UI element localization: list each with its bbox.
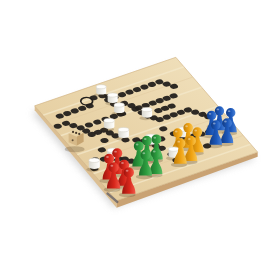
pawn-highlight <box>228 110 231 112</box>
pawn-head <box>124 167 134 177</box>
barricade-top <box>104 118 114 122</box>
barricade-top <box>168 147 179 151</box>
scene-svg <box>0 0 280 280</box>
pawn-head <box>104 154 114 164</box>
pawn-head <box>152 134 162 144</box>
pawn-highlight <box>136 143 139 145</box>
pawn-highlight <box>110 165 113 167</box>
pawn-head <box>222 118 232 128</box>
die-pip-side <box>72 139 74 141</box>
pawn-highlight <box>114 151 117 153</box>
pawn-highlight <box>224 121 227 123</box>
pawn-head <box>207 111 216 120</box>
pawn-head <box>134 141 144 151</box>
die-pip-top <box>75 132 77 134</box>
pawn-highlight <box>177 141 180 143</box>
pawn-highlight <box>194 130 197 132</box>
pawn-head <box>108 162 118 172</box>
pawn-highlight <box>142 152 145 154</box>
pawn-highlight <box>126 170 129 172</box>
pawn-head <box>186 136 196 146</box>
barricade-top <box>118 128 129 132</box>
pawn-head <box>175 138 185 148</box>
pawn-highlight <box>153 137 156 139</box>
pawn-highlight <box>188 138 191 140</box>
pawn-highlight <box>121 162 124 164</box>
pawn-highlight <box>185 125 188 127</box>
pawn-highlight <box>175 131 178 133</box>
pawn-highlight <box>144 138 147 140</box>
pawn-highlight <box>217 108 220 110</box>
board-game-photo <box>0 0 280 280</box>
barricade-top <box>89 158 100 163</box>
barricade-top <box>114 103 124 107</box>
pawn-head <box>141 150 151 160</box>
pawn-highlight <box>209 113 212 115</box>
pawn-highlight <box>153 151 156 153</box>
die-shadow <box>65 146 85 152</box>
pawn-head <box>183 123 193 133</box>
barricade-top <box>96 85 106 89</box>
die-pip-top <box>72 131 74 133</box>
barricade-top <box>142 107 152 111</box>
pawn-head <box>173 128 183 138</box>
barricade-top <box>108 93 118 97</box>
pawn-head <box>226 108 235 117</box>
pawn-head <box>151 148 161 158</box>
pawn-head <box>211 120 221 130</box>
pawn-head <box>142 136 152 146</box>
pawn-highlight <box>106 156 109 158</box>
die-pip-top <box>78 133 80 135</box>
pawn-highlight <box>213 122 216 124</box>
pawn-head <box>192 127 202 137</box>
